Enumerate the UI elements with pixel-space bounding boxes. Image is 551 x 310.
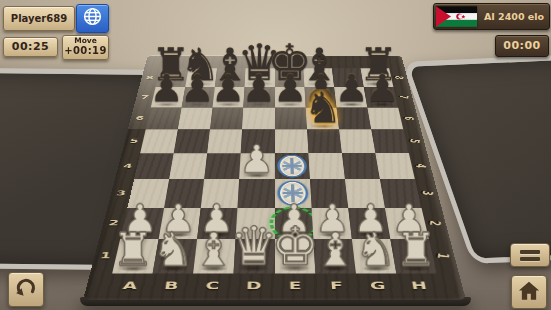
square-f4[interactable] xyxy=(308,153,345,179)
piece-black-pawn[interactable]: ♟ xyxy=(180,71,214,105)
piece-white-bishop[interactable]: ♝ xyxy=(314,229,355,270)
square-d3[interactable] xyxy=(238,179,275,207)
square-f6[interactable]: ♞ xyxy=(305,107,338,129)
square-c5[interactable] xyxy=(207,129,242,153)
move-bonus-title: Move xyxy=(63,37,108,45)
square-a6[interactable] xyxy=(146,107,182,129)
square-b5[interactable] xyxy=(174,129,210,153)
file-label: F xyxy=(315,273,359,300)
western-sahara-flag-icon xyxy=(436,6,477,27)
white-player-name-label: Player689 xyxy=(3,6,75,31)
square-g1[interactable]: ♞ xyxy=(352,239,397,274)
square-e1[interactable]: ♚ xyxy=(275,239,316,274)
globe-button[interactable] xyxy=(76,4,109,33)
file-label: G xyxy=(356,273,401,300)
square-h1[interactable]: ♜ xyxy=(390,239,437,274)
file-labels: ABCDEFGH xyxy=(106,273,443,300)
file-label: E xyxy=(275,273,317,300)
board-frame: ♜♞♝♛♚♝♜♟♟♟♟♟♟♟♟♞♟♟♟♟♟♟♟♟♜♞♝♛♚♝♞♜ ABCDEFG… xyxy=(83,56,466,300)
square-a5[interactable] xyxy=(140,129,178,153)
black-player-name-label: AI 2400 elo xyxy=(482,11,549,22)
piece-black-pawn[interactable]: ♟ xyxy=(150,71,184,105)
piece-white-rook[interactable]: ♜ xyxy=(112,229,153,270)
compass-spokes xyxy=(282,158,302,174)
piece-black-knight[interactable]: ♞ xyxy=(304,89,342,127)
square-a4[interactable] xyxy=(134,153,174,179)
square-h7[interactable]: ♟ xyxy=(364,87,398,107)
square-g5[interactable] xyxy=(339,129,375,153)
move-target-icon[interactable] xyxy=(277,155,307,178)
square-e5[interactable] xyxy=(275,129,309,153)
file-label: A xyxy=(106,273,153,300)
black-player-badge: AI 2400 elo xyxy=(433,3,550,30)
game-screen: ♜♞♝♛♚♝♜♟♟♟♟♟♟♟♟♞♟♟♟♟♟♟♟♟♜♞♝♛♚♝♞♜ ABCDEFG… xyxy=(0,0,551,310)
piece-black-pawn[interactable]: ♟ xyxy=(242,71,276,105)
square-c4[interactable] xyxy=(204,153,241,179)
move-bonus-badge: Move +00:19 xyxy=(62,35,109,60)
file-label: B xyxy=(148,273,193,300)
piece-white-rook[interactable]: ♜ xyxy=(395,229,436,270)
square-b4[interactable] xyxy=(169,153,207,179)
piece-black-pawn[interactable]: ♟ xyxy=(273,71,307,105)
chess-board[interactable]: ♜♞♝♛♚♝♜♟♟♟♟♟♟♟♟♞♟♟♟♟♟♟♟♟♜♞♝♛♚♝♞♜ xyxy=(112,68,437,273)
square-g4[interactable] xyxy=(342,153,380,179)
square-c7[interactable]: ♟ xyxy=(213,87,245,107)
square-f5[interactable] xyxy=(307,129,342,153)
piece-white-king[interactable]: ♚ xyxy=(271,223,318,270)
menu-icon xyxy=(520,250,540,254)
square-f1[interactable]: ♝ xyxy=(313,239,356,274)
file-label: H xyxy=(396,273,443,300)
piece-white-pawn[interactable]: ♟ xyxy=(240,142,274,176)
square-e6[interactable] xyxy=(275,107,307,129)
piece-white-knight[interactable]: ♞ xyxy=(153,229,194,270)
piece-black-pawn[interactable]: ♟ xyxy=(365,71,399,105)
home-icon xyxy=(518,280,540,305)
globe-icon xyxy=(82,6,103,31)
piece-white-bishop[interactable]: ♝ xyxy=(193,229,234,270)
square-d7[interactable]: ♟ xyxy=(244,87,275,107)
black-clock: 00:00 xyxy=(495,35,549,57)
square-d1[interactable]: ♛ xyxy=(234,239,275,274)
piece-black-pawn[interactable]: ♟ xyxy=(211,71,245,105)
square-d6[interactable] xyxy=(242,107,274,129)
menu-icon xyxy=(520,257,540,261)
square-b6[interactable] xyxy=(178,107,213,129)
square-c6[interactable] xyxy=(210,107,243,129)
undo-button[interactable] xyxy=(8,272,44,307)
move-bonus-value: +00:19 xyxy=(63,45,108,56)
file-label: D xyxy=(232,273,274,300)
undo-icon xyxy=(14,276,38,304)
square-e4[interactable] xyxy=(275,153,310,179)
square-b1[interactable]: ♞ xyxy=(153,239,198,274)
white-clock: 00:25 xyxy=(3,37,58,57)
square-d4[interactable]: ♟ xyxy=(239,153,274,179)
square-e7[interactable]: ♟ xyxy=(275,87,306,107)
file-label: C xyxy=(190,273,234,300)
piece-white-knight[interactable]: ♞ xyxy=(355,229,396,270)
home-button[interactable] xyxy=(511,275,547,309)
menu-button[interactable] xyxy=(510,243,550,267)
